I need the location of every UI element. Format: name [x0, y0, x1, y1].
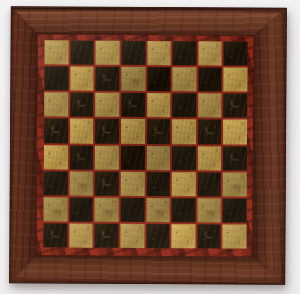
square-f5[interactable]: [172, 120, 196, 144]
square-e6[interactable]: [147, 93, 171, 117]
square-f1[interactable]: [171, 224, 195, 248]
board-frame: [9, 6, 287, 285]
square-f6[interactable]: [172, 93, 196, 117]
square-g1[interactable]: [197, 224, 221, 248]
square-f3[interactable]: [172, 172, 196, 196]
square-a3[interactable]: [44, 171, 68, 195]
square-d5[interactable]: [121, 119, 145, 143]
square-b6[interactable]: [70, 93, 94, 117]
square-f4[interactable]: [172, 146, 196, 170]
square-a2[interactable]: [44, 197, 68, 221]
square-b3[interactable]: [69, 171, 93, 195]
square-g6[interactable]: [198, 94, 222, 118]
square-h7[interactable]: [224, 68, 248, 92]
square-g2[interactable]: [197, 198, 221, 222]
square-c3[interactable]: [95, 171, 119, 195]
square-c6[interactable]: [95, 93, 119, 117]
photo-background: [0, 0, 300, 294]
square-d2[interactable]: [120, 198, 144, 222]
square-b1[interactable]: [69, 223, 93, 247]
square-e7[interactable]: [147, 67, 171, 91]
board-opening: [36, 34, 253, 256]
square-g3[interactable]: [197, 172, 221, 196]
square-h8[interactable]: [224, 41, 248, 65]
square-g4[interactable]: [198, 146, 222, 170]
square-d4[interactable]: [121, 145, 145, 169]
square-h6[interactable]: [224, 94, 248, 118]
square-c7[interactable]: [96, 67, 120, 91]
square-h2[interactable]: [223, 198, 247, 222]
square-e1[interactable]: [146, 224, 170, 248]
square-c1[interactable]: [95, 224, 119, 248]
square-e8[interactable]: [147, 41, 171, 65]
square-h4[interactable]: [223, 146, 247, 170]
square-a5[interactable]: [44, 119, 68, 143]
square-h3[interactable]: [223, 172, 247, 196]
square-e5[interactable]: [147, 119, 171, 143]
square-h1[interactable]: [223, 224, 247, 248]
square-f7[interactable]: [172, 67, 196, 91]
square-f2[interactable]: [172, 198, 196, 222]
square-f8[interactable]: [173, 41, 197, 65]
square-b5[interactable]: [70, 119, 94, 143]
square-a8[interactable]: [44, 40, 68, 64]
square-b7[interactable]: [70, 67, 94, 91]
square-c4[interactable]: [95, 145, 119, 169]
checkerboard: [43, 40, 247, 248]
square-g8[interactable]: [198, 41, 222, 65]
square-e4[interactable]: [146, 145, 170, 169]
square-e2[interactable]: [146, 198, 170, 222]
square-a4[interactable]: [44, 145, 68, 169]
square-c8[interactable]: [96, 41, 120, 65]
square-d1[interactable]: [120, 224, 144, 248]
square-c5[interactable]: [95, 119, 119, 143]
square-d8[interactable]: [121, 41, 145, 65]
square-a6[interactable]: [44, 93, 68, 117]
square-b2[interactable]: [69, 197, 93, 221]
square-b8[interactable]: [70, 41, 94, 65]
square-b4[interactable]: [69, 145, 93, 169]
square-g5[interactable]: [198, 120, 222, 144]
square-g7[interactable]: [198, 67, 222, 91]
square-e3[interactable]: [146, 172, 170, 196]
square-d6[interactable]: [121, 93, 145, 117]
square-a7[interactable]: [44, 66, 68, 90]
square-d3[interactable]: [121, 171, 145, 195]
square-c2[interactable]: [95, 197, 119, 221]
square-h5[interactable]: [223, 120, 247, 144]
square-a1[interactable]: [43, 223, 67, 247]
square-d7[interactable]: [121, 67, 145, 91]
